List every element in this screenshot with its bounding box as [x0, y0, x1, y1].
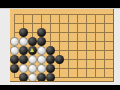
intersection[interactable] [64, 10, 73, 19]
grid-line-vertical [86, 64, 87, 73]
intersection[interactable] [91, 28, 100, 37]
grid-line-vertical [113, 46, 114, 55]
grid-line-vertical [104, 64, 105, 73]
grid-line-vertical [113, 37, 114, 46]
intersection[interactable] [73, 37, 82, 46]
grid-line-vertical [68, 37, 69, 46]
intersection[interactable] [55, 37, 64, 46]
intersection[interactable] [55, 73, 64, 82]
grid-line-vertical [77, 19, 78, 28]
grid-line-horizontal [109, 41, 114, 42]
intersection[interactable] [91, 37, 100, 46]
white-stone [37, 55, 46, 64]
grid-line-vertical [77, 64, 78, 73]
white-stone [28, 55, 37, 64]
intersection[interactable] [46, 46, 55, 55]
black-stone [55, 55, 64, 64]
intersection[interactable] [109, 73, 114, 82]
intersection[interactable] [46, 64, 55, 73]
intersection[interactable] [46, 73, 55, 82]
intersection[interactable] [55, 19, 64, 28]
grid-line-horizontal [109, 50, 114, 51]
intersection[interactable] [37, 28, 46, 37]
intersection[interactable] [64, 19, 73, 28]
intersection[interactable] [55, 64, 64, 73]
intersection[interactable] [73, 28, 82, 37]
intersection[interactable] [10, 55, 19, 64]
intersection[interactable] [64, 64, 73, 73]
intersection[interactable] [91, 19, 100, 28]
intersection[interactable] [82, 64, 91, 73]
intersection[interactable] [10, 64, 19, 73]
intersection[interactable] [28, 46, 37, 55]
grid-line-vertical [86, 19, 87, 28]
grid-line-vertical [104, 37, 105, 46]
grid-line-vertical [113, 19, 114, 28]
grid-line-vertical [50, 28, 51, 37]
grid-line-vertical [95, 19, 96, 28]
grid-line-vertical [104, 28, 105, 37]
grid-line-vertical [95, 64, 96, 73]
grid-line-vertical [95, 73, 96, 78]
intersection[interactable] [82, 19, 91, 28]
white-stone [28, 73, 37, 82]
black-stone [10, 64, 19, 73]
grid-line-vertical [95, 46, 96, 55]
intersection[interactable] [109, 10, 114, 19]
black-stone [19, 55, 28, 64]
intersection[interactable] [37, 19, 46, 28]
intersection[interactable] [37, 55, 46, 64]
grid-line-vertical [59, 19, 60, 28]
intersection[interactable] [64, 73, 73, 82]
intersection[interactable] [19, 28, 28, 37]
grid-line-vertical [95, 55, 96, 64]
intersection[interactable] [109, 64, 114, 73]
grid-line-vertical [68, 19, 69, 28]
black-stone [19, 73, 28, 82]
go-board-grid [10, 10, 114, 82]
intersection[interactable] [10, 73, 19, 82]
grid-line-vertical [14, 73, 15, 78]
grid-line-vertical [59, 64, 60, 73]
intersection[interactable] [73, 64, 82, 73]
intersection[interactable] [100, 46, 109, 55]
intersection[interactable] [100, 73, 109, 82]
intersection[interactable] [82, 37, 91, 46]
grid-line-vertical [95, 28, 96, 37]
grid-line-vertical [68, 64, 69, 73]
intersection[interactable] [37, 73, 46, 82]
letterbox-bottom [0, 85, 120, 90]
intersection[interactable] [46, 19, 55, 28]
white-stone [10, 46, 19, 55]
grid-line-vertical [113, 64, 114, 73]
intersection[interactable] [109, 37, 114, 46]
intersection[interactable] [100, 10, 109, 19]
intersection[interactable] [109, 19, 114, 28]
intersection[interactable] [91, 55, 100, 64]
intersection[interactable] [73, 55, 82, 64]
grid-line-vertical [68, 28, 69, 37]
intersection[interactable] [64, 46, 73, 55]
intersection[interactable] [91, 73, 100, 82]
white-stone [37, 46, 46, 55]
grid-line-vertical [14, 19, 15, 28]
intersection[interactable] [46, 55, 55, 64]
intersection[interactable] [91, 46, 100, 55]
intersection[interactable] [28, 73, 37, 82]
black-stone [37, 73, 46, 82]
intersection[interactable] [64, 37, 73, 46]
black-stone [19, 46, 28, 55]
intersection[interactable] [82, 10, 91, 19]
intersection[interactable] [55, 28, 64, 37]
grid-line-vertical [59, 37, 60, 46]
grid-line-horizontal [109, 59, 114, 60]
intersection[interactable] [19, 10, 28, 19]
intersection[interactable] [28, 37, 37, 46]
intersection[interactable] [73, 19, 82, 28]
triangle-marker [30, 48, 34, 52]
grid-line-vertical [41, 19, 42, 28]
grid-line-vertical [59, 28, 60, 37]
letterbox-top [0, 0, 120, 8]
black-stone [46, 64, 55, 73]
grid-line-vertical [59, 46, 60, 55]
intersection[interactable] [109, 46, 114, 55]
intersection[interactable] [100, 64, 109, 73]
intersection[interactable] [73, 46, 82, 55]
grid-line-vertical [113, 14, 114, 19]
grid-line-vertical [50, 37, 51, 46]
grid-line-vertical [23, 19, 24, 28]
intersection[interactable] [82, 46, 91, 55]
intersection[interactable] [109, 55, 114, 64]
grid-line-vertical [104, 55, 105, 64]
black-stone [19, 28, 28, 37]
grid-line-vertical [59, 73, 60, 78]
grid-line-vertical [68, 55, 69, 64]
black-stone [46, 73, 55, 82]
intersection[interactable] [37, 64, 46, 73]
grid-line-vertical [14, 28, 15, 37]
intersection[interactable] [10, 37, 19, 46]
intersection[interactable] [73, 73, 82, 82]
white-stone [19, 64, 28, 73]
intersection[interactable] [19, 19, 28, 28]
grid-line-vertical [113, 55, 114, 64]
grid-line-horizontal [109, 32, 114, 33]
grid-line-vertical [86, 46, 87, 55]
intersection[interactable] [19, 37, 28, 46]
black-stone [28, 37, 37, 46]
grid-line-vertical [86, 73, 87, 78]
intersection[interactable] [100, 19, 109, 28]
intersection[interactable] [10, 46, 19, 55]
intersection[interactable] [100, 28, 109, 37]
grid-line-vertical [77, 55, 78, 64]
black-stone [46, 55, 55, 64]
grid-line-horizontal [109, 14, 114, 15]
intersection[interactable] [91, 64, 100, 73]
intersection[interactable] [46, 37, 55, 46]
white-stone [37, 64, 46, 73]
grid-line-vertical [113, 28, 114, 37]
intersection[interactable] [10, 28, 19, 37]
intersection[interactable] [28, 28, 37, 37]
intersection[interactable] [64, 28, 73, 37]
black-stone [37, 37, 46, 46]
grid-line-vertical [77, 37, 78, 46]
intersection[interactable] [19, 73, 28, 82]
intersection[interactable] [46, 10, 55, 19]
intersection[interactable] [46, 28, 55, 37]
intersection[interactable] [19, 64, 28, 73]
video-frame [0, 0, 120, 90]
intersection[interactable] [19, 55, 28, 64]
grid-line-vertical [68, 46, 69, 55]
grid-line-vertical [77, 46, 78, 55]
grid-line-vertical [113, 73, 114, 78]
grid-line-vertical [50, 19, 51, 28]
grid-line-vertical [77, 73, 78, 78]
grid-line-horizontal [109, 23, 114, 24]
grid-line-vertical [86, 55, 87, 64]
black-stone [28, 46, 37, 55]
intersection[interactable] [28, 10, 37, 19]
grid-line-horizontal [109, 68, 114, 69]
black-stone [10, 55, 19, 64]
intersection[interactable] [37, 10, 46, 19]
intersection[interactable] [82, 28, 91, 37]
grid-line-vertical [32, 19, 33, 28]
capture-area [0, 8, 120, 85]
grid-line-horizontal [109, 77, 114, 78]
intersection[interactable] [82, 73, 91, 82]
grid-line-vertical [104, 46, 105, 55]
intersection[interactable] [100, 37, 109, 46]
grid-line-vertical [104, 19, 105, 28]
intersection[interactable] [82, 55, 91, 64]
grid-line-vertical [77, 28, 78, 37]
black-stone [37, 28, 46, 37]
intersection[interactable] [55, 55, 64, 64]
grid-line-vertical [32, 28, 33, 37]
intersection[interactable] [64, 55, 73, 64]
intersection[interactable] [19, 46, 28, 55]
intersection[interactable] [55, 10, 64, 19]
intersection[interactable] [10, 10, 19, 19]
intersection[interactable] [28, 55, 37, 64]
intersection[interactable] [91, 10, 100, 19]
go-board [10, 9, 114, 82]
intersection[interactable] [109, 28, 114, 37]
white-stone [19, 37, 28, 46]
intersection[interactable] [37, 46, 46, 55]
intersection[interactable] [37, 37, 46, 46]
intersection[interactable] [28, 19, 37, 28]
intersection[interactable] [28, 64, 37, 73]
intersection[interactable] [55, 46, 64, 55]
black-stone [46, 46, 55, 55]
grid-line-vertical [95, 37, 96, 46]
grid-line-vertical [86, 37, 87, 46]
grid-line-vertical [86, 28, 87, 37]
grid-line-vertical [104, 73, 105, 78]
white-stone [28, 64, 37, 73]
intersection[interactable] [10, 19, 19, 28]
intersection[interactable] [73, 10, 82, 19]
intersection[interactable] [100, 55, 109, 64]
grid-line-vertical [68, 73, 69, 78]
white-stone [10, 37, 19, 46]
